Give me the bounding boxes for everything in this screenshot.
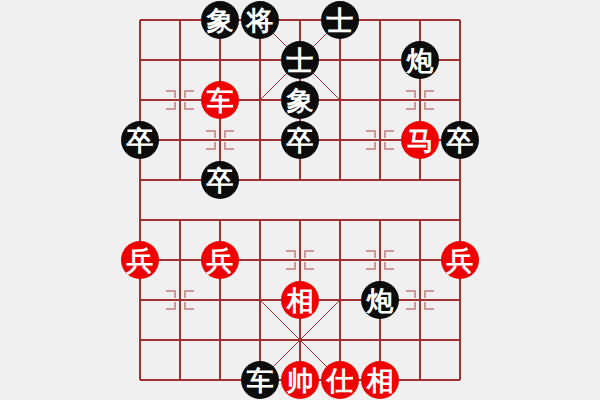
piece-black-soldier[interactable]: 卒 xyxy=(201,161,239,199)
piece-black-advisor[interactable]: 士 xyxy=(281,41,319,79)
piece-black-soldier[interactable]: 卒 xyxy=(121,121,159,159)
xiangqi-board: 象将士士炮车象卒卒马卒卒兵兵兵相炮车帅仕相 xyxy=(0,0,600,400)
piece-black-soldier[interactable]: 卒 xyxy=(281,121,319,159)
piece-black-elephant[interactable]: 象 xyxy=(281,81,319,119)
piece-red-chariot[interactable]: 车 xyxy=(201,81,239,119)
piece-red-horse[interactable]: 马 xyxy=(401,121,439,159)
piece-red-soldier[interactable]: 兵 xyxy=(201,241,239,279)
piece-grid: 象将士士炮车象卒卒马卒卒兵兵兵相炮车帅仕相 xyxy=(120,0,480,400)
piece-black-cannon[interactable]: 炮 xyxy=(361,281,399,319)
piece-red-soldier[interactable]: 兵 xyxy=(121,241,159,279)
piece-red-advisor[interactable]: 仕 xyxy=(321,361,359,399)
piece-red-elephant[interactable]: 相 xyxy=(281,281,319,319)
piece-red-elephant[interactable]: 相 xyxy=(361,361,399,399)
piece-black-advisor[interactable]: 士 xyxy=(321,1,359,39)
piece-black-soldier[interactable]: 卒 xyxy=(441,121,479,159)
piece-black-general[interactable]: 将 xyxy=(241,1,279,39)
piece-red-general[interactable]: 帅 xyxy=(281,361,319,399)
piece-black-chariot[interactable]: 车 xyxy=(241,361,279,399)
piece-black-elephant[interactable]: 象 xyxy=(201,1,239,39)
piece-red-soldier[interactable]: 兵 xyxy=(441,241,479,279)
piece-black-cannon[interactable]: 炮 xyxy=(401,41,439,79)
